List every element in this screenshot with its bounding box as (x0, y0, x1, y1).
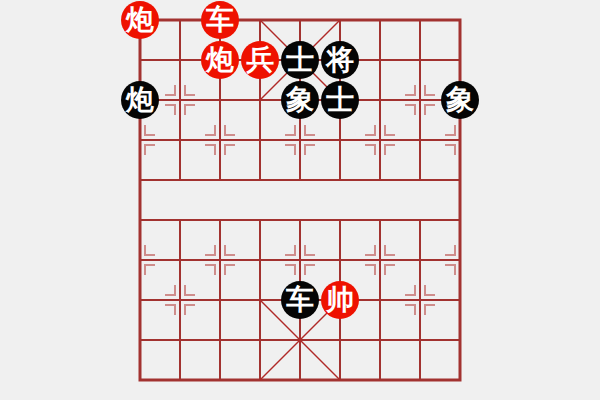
piece-black-advisor-f5r2[interactable]: 士 (321, 81, 359, 119)
piece-black-general-f5r1[interactable]: 将 (321, 41, 359, 79)
piece-red-general-f5r7[interactable]: 帅 (321, 281, 359, 319)
piece-black-advisor-f4r1[interactable]: 士 (281, 41, 319, 79)
piece-black-chariot-f4r7[interactable]: 车 (281, 281, 319, 319)
piece-red-cannon-f0r0[interactable]: 炮 (121, 1, 159, 39)
xiangqi-board[interactable]: 炮车炮兵士将炮象士象车帅 (0, 0, 600, 400)
pieces-layer: 炮车炮兵士将炮象士象车帅 (0, 0, 600, 400)
piece-black-elephant-f4r2[interactable]: 象 (281, 81, 319, 119)
piece-red-soldier-f3r1[interactable]: 兵 (241, 41, 279, 79)
piece-black-cannon-f0r2[interactable]: 炮 (121, 81, 159, 119)
piece-black-elephant-f8r2[interactable]: 象 (441, 81, 479, 119)
piece-red-cannon-f2r1[interactable]: 炮 (201, 41, 239, 79)
piece-red-chariot-f2r0[interactable]: 车 (201, 1, 239, 39)
